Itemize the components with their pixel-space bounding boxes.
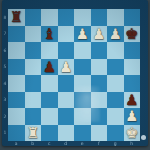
file-label-b: b <box>25 140 42 146</box>
piece-white-pawn[interactable]: ♟ <box>109 27 122 42</box>
square-h3[interactable]: ♟ <box>124 92 141 109</box>
square-a8[interactable]: ♜ <box>8 9 25 26</box>
square-e5[interactable] <box>74 59 91 76</box>
square-h5[interactable] <box>124 59 141 76</box>
square-h2[interactable]: ♟ <box>124 108 141 125</box>
file-label-g: g <box>107 140 124 146</box>
square-c2[interactable] <box>41 108 58 125</box>
square-f3[interactable] <box>91 92 108 109</box>
square-c1[interactable] <box>41 125 58 142</box>
file-label-d: d <box>58 140 75 146</box>
piece-black-bishop[interactable]: ♝ <box>43 27 56 42</box>
square-e7[interactable]: ♟ <box>74 26 91 43</box>
square-b8[interactable] <box>25 9 42 26</box>
square-c8[interactable] <box>41 9 58 26</box>
square-c4[interactable] <box>41 75 58 92</box>
file-label-e: e <box>74 140 91 146</box>
square-f2[interactable] <box>91 108 108 125</box>
piece-black-pawn[interactable]: ♟ <box>43 60 56 75</box>
square-e8[interactable] <box>74 9 91 26</box>
corner-badge <box>141 135 146 140</box>
square-d1[interactable] <box>58 125 75 142</box>
square-a5[interactable] <box>8 59 25 76</box>
piece-white-king[interactable]: ♚ <box>125 126 138 141</box>
square-a3[interactable] <box>8 92 25 109</box>
piece-white-pawn[interactable]: ♟ <box>59 60 72 75</box>
square-c6[interactable] <box>41 42 58 59</box>
square-d4[interactable] <box>58 75 75 92</box>
file-label-c: c <box>41 140 58 146</box>
square-a7[interactable] <box>8 26 25 43</box>
file-label-a: a <box>8 140 25 146</box>
file-label-h: h <box>124 140 141 146</box>
square-h7[interactable]: ♚ <box>124 26 141 43</box>
square-f6[interactable] <box>91 42 108 59</box>
square-f5[interactable] <box>91 59 108 76</box>
square-h6[interactable] <box>124 42 141 59</box>
piece-black-rook[interactable]: ♜ <box>10 10 23 25</box>
square-d7[interactable] <box>58 26 75 43</box>
square-b3[interactable] <box>25 92 42 109</box>
square-e3[interactable] <box>74 92 91 109</box>
square-g3[interactable] <box>107 92 124 109</box>
square-g8[interactable] <box>107 9 124 26</box>
square-d6[interactable] <box>58 42 75 59</box>
piece-black-king[interactable]: ♚ <box>125 27 138 42</box>
square-g1[interactable] <box>107 125 124 142</box>
file-labels: abcdefgh <box>8 140 140 146</box>
square-g6[interactable] <box>107 42 124 59</box>
chess-board: ♜♝♟♟♟♚♟♟♟♟♜♚ 87654321 abcdefgh <box>2 0 148 146</box>
square-f1[interactable] <box>91 125 108 142</box>
piece-white-pawn[interactable]: ♟ <box>125 109 138 124</box>
rank-label-5: 5 <box>2 59 8 76</box>
square-b2[interactable] <box>25 108 42 125</box>
square-h1[interactable]: ♚ <box>124 125 141 142</box>
square-c7[interactable]: ♝ <box>41 26 58 43</box>
square-d8[interactable] <box>58 9 75 26</box>
square-g7[interactable]: ♟ <box>107 26 124 43</box>
rank-label-4: 4 <box>2 75 8 92</box>
square-a4[interactable] <box>8 75 25 92</box>
square-e1[interactable] <box>74 125 91 142</box>
square-b1[interactable]: ♜ <box>25 125 42 142</box>
square-e2[interactable] <box>74 108 91 125</box>
board-grid: ♜♝♟♟♟♚♟♟♟♟♜♚ <box>8 9 140 141</box>
square-g4[interactable] <box>107 75 124 92</box>
square-a6[interactable] <box>8 42 25 59</box>
rank-label-6: 6 <box>2 42 8 59</box>
rank-label-2: 2 <box>2 108 8 125</box>
piece-white-pawn[interactable]: ♟ <box>76 27 89 42</box>
square-d3[interactable] <box>58 92 75 109</box>
square-e4[interactable] <box>74 75 91 92</box>
square-d5[interactable]: ♟ <box>58 59 75 76</box>
square-f8[interactable] <box>91 9 108 26</box>
square-h8[interactable] <box>124 9 141 26</box>
square-f4[interactable] <box>91 75 108 92</box>
square-c3[interactable] <box>41 92 58 109</box>
rank-label-8: 8 <box>2 9 8 26</box>
square-g5[interactable] <box>107 59 124 76</box>
piece-black-pawn[interactable]: ♟ <box>125 93 138 108</box>
square-a2[interactable] <box>8 108 25 125</box>
square-a1[interactable] <box>8 125 25 142</box>
rank-label-3: 3 <box>2 92 8 109</box>
piece-white-pawn[interactable]: ♟ <box>92 27 105 42</box>
file-label-f: f <box>91 140 108 146</box>
square-b6[interactable] <box>25 42 42 59</box>
square-f7[interactable]: ♟ <box>91 26 108 43</box>
square-e6[interactable] <box>74 42 91 59</box>
square-d2[interactable] <box>58 108 75 125</box>
square-g2[interactable] <box>107 108 124 125</box>
square-c5[interactable]: ♟ <box>41 59 58 76</box>
rank-label-1: 1 <box>2 125 8 142</box>
piece-white-rook[interactable]: ♜ <box>26 126 39 141</box>
square-b7[interactable] <box>25 26 42 43</box>
square-h4[interactable] <box>124 75 141 92</box>
rank-label-7: 7 <box>2 26 8 43</box>
square-b4[interactable] <box>25 75 42 92</box>
square-b5[interactable] <box>25 59 42 76</box>
rank-labels: 87654321 <box>2 9 8 141</box>
